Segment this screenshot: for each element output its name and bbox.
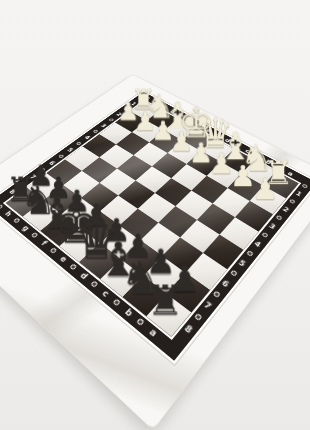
coordinate-label: 2 [281, 206, 290, 213]
coordinate-label: 4 [83, 135, 91, 141]
grommet-icon [112, 299, 121, 307]
chessboard: hgfedcba1♜♞♝♚♛♝♞♜12♟♟♟♟♟♟♟♟2334455667♟♟♟… [0, 92, 310, 361]
grommet-icon [92, 129, 98, 133]
grommet-icon [31, 232, 39, 238]
grommet-icon [76, 141, 82, 145]
coordinate-label: 8 [183, 324, 194, 335]
coordinate-label: 4 [253, 240, 262, 248]
square-a8: ♜ [146, 294, 191, 337]
grommet-icon [49, 247, 57, 254]
grommet-icon [230, 270, 238, 277]
border-corner [161, 337, 185, 361]
grommet-icon [275, 215, 282, 221]
grommet-icon [90, 280, 98, 287]
coordinate-label: 3 [267, 223, 276, 231]
vinyl-mat: hgfedcba1♜♞♝♚♛♝♞♜12♟♟♟♟♟♟♟♟2334455667♟♟♟… [0, 75, 310, 430]
coordinate-label: a [148, 327, 159, 338]
product-photo: hgfedcba1♜♞♝♚♛♝♞♜12♟♟♟♟♟♟♟♟2334455667♟♟♟… [0, 0, 310, 430]
grommet-icon [13, 218, 21, 224]
grommet-icon [0, 204, 4, 210]
grommet-icon [58, 154, 65, 159]
black-rook: ♜ [125, 279, 205, 320]
grommet-icon [136, 318, 145, 326]
grommet-icon [69, 263, 77, 270]
coordinate-label: 5 [237, 259, 247, 268]
white-pawn: ♟ [233, 174, 298, 204]
